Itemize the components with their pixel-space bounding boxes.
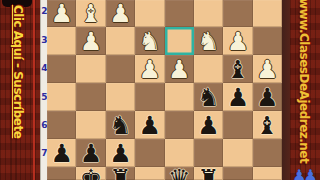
black-king-g8[interactable]: ♚ xyxy=(80,167,102,180)
square-g2[interactable]: ♝ xyxy=(76,0,105,27)
square-f5[interactable] xyxy=(106,83,135,111)
white-pawn-h2[interactable]: ♟ xyxy=(50,0,72,27)
square-h5[interactable] xyxy=(47,83,76,111)
black-knight-f6[interactable]: ♞ xyxy=(109,112,131,139)
left-banner[interactable]: Clic Aquí - Suscríbete xyxy=(0,0,40,180)
black-queen-d8[interactable]: ♛ xyxy=(168,167,190,180)
square-h8[interactable] xyxy=(47,167,76,180)
square-h4[interactable] xyxy=(47,55,76,83)
square-a3[interactable] xyxy=(253,27,282,55)
white-pawn-g3[interactable]: ♟ xyxy=(80,28,102,55)
black-pawn-c6[interactable]: ♟ xyxy=(197,112,219,139)
square-d5[interactable] xyxy=(165,83,194,111)
square-b8[interactable] xyxy=(223,167,252,180)
square-f8[interactable]: ♜ xyxy=(106,167,135,180)
square-c3[interactable]: ♞ xyxy=(194,27,223,55)
square-d2[interactable] xyxy=(165,0,194,27)
square-c6[interactable]: ♟ xyxy=(194,111,223,139)
square-d4[interactable]: ♟ xyxy=(165,55,194,83)
white-knight-c3[interactable]: ♞ xyxy=(197,28,219,55)
decorative-red-line xyxy=(33,0,35,180)
square-e3[interactable]: ♞ xyxy=(135,27,164,55)
square-d6[interactable] xyxy=(165,111,194,139)
square-a6[interactable]: ♝ xyxy=(253,111,282,139)
square-a7[interactable] xyxy=(253,139,282,167)
square-g3[interactable]: ♟ xyxy=(76,27,105,55)
white-pawn-b3[interactable]: ♟ xyxy=(227,28,249,55)
square-g6[interactable] xyxy=(76,111,105,139)
square-c2[interactable] xyxy=(194,0,223,27)
square-h7[interactable]: ♟ xyxy=(47,139,76,167)
square-e5[interactable] xyxy=(135,83,164,111)
black-pawn-a5[interactable]: ♟ xyxy=(256,84,278,111)
square-a2[interactable] xyxy=(253,0,282,27)
square-c5[interactable]: ♞ xyxy=(194,83,223,111)
square-d3[interactable] xyxy=(165,27,194,55)
chess-board: ♟♝♟♟♞♞♟♟♟♝♟♞♟♟♞♟♟♝♟♟♟♚♜♛♜ xyxy=(47,0,282,180)
square-h3[interactable] xyxy=(47,27,76,55)
square-e7[interactable] xyxy=(135,139,164,167)
white-knight-e3[interactable]: ♞ xyxy=(139,28,161,55)
square-g7[interactable]: ♟ xyxy=(76,139,105,167)
square-c4[interactable] xyxy=(194,55,223,83)
video-frame: Clic Aquí - Suscríbete 234567 ♟♝♟♟♞♞♟♟♟♝… xyxy=(0,0,320,180)
blue-pawn-icons: ♟♟ xyxy=(292,166,315,180)
square-a4[interactable]: ♟ xyxy=(253,55,282,83)
square-h6[interactable] xyxy=(47,111,76,139)
square-b6[interactable] xyxy=(223,111,252,139)
square-b2[interactable] xyxy=(223,0,252,27)
square-h2[interactable]: ♟ xyxy=(47,0,76,27)
square-f3[interactable] xyxy=(106,27,135,55)
square-c8[interactable]: ♜ xyxy=(194,167,223,180)
square-a8[interactable] xyxy=(253,167,282,180)
square-b5[interactable]: ♟ xyxy=(223,83,252,111)
black-pawn-h7[interactable]: ♟ xyxy=(50,140,72,167)
square-e2[interactable] xyxy=(135,0,164,27)
white-pawn-a4[interactable]: ♟ xyxy=(256,56,278,83)
right-banner[interactable]: www.ClasesDeAjedrez.net ♟♟ xyxy=(290,0,320,180)
square-e4[interactable]: ♟ xyxy=(135,55,164,83)
square-g5[interactable] xyxy=(76,83,105,111)
black-knight-c5[interactable]: ♞ xyxy=(197,84,219,111)
left-banner-text: Clic Aquí - Suscríbete xyxy=(11,5,25,138)
black-bishop-a6[interactable]: ♝ xyxy=(256,112,278,139)
square-b7[interactable] xyxy=(223,139,252,167)
square-f6[interactable]: ♞ xyxy=(106,111,135,139)
white-pawn-e4[interactable]: ♟ xyxy=(139,56,161,83)
black-pawn-f7[interactable]: ♟ xyxy=(109,140,131,167)
square-g4[interactable] xyxy=(76,55,105,83)
black-pawn-e6[interactable]: ♟ xyxy=(139,112,161,139)
square-c7[interactable] xyxy=(194,139,223,167)
white-pawn-f2[interactable]: ♟ xyxy=(109,0,131,27)
square-f2[interactable]: ♟ xyxy=(106,0,135,27)
white-bishop-g2[interactable]: ♝ xyxy=(80,0,102,27)
square-b3[interactable]: ♟ xyxy=(223,27,252,55)
black-bishop-b4[interactable]: ♝ xyxy=(227,56,249,83)
black-pawn-b5[interactable]: ♟ xyxy=(227,84,249,111)
white-pawn-d4[interactable]: ♟ xyxy=(168,56,190,83)
square-a5[interactable]: ♟ xyxy=(253,83,282,111)
black-pawn-g7[interactable]: ♟ xyxy=(80,140,102,167)
square-e6[interactable]: ♟ xyxy=(135,111,164,139)
square-f7[interactable]: ♟ xyxy=(106,139,135,167)
square-b4[interactable]: ♝ xyxy=(223,55,252,83)
square-e8[interactable] xyxy=(135,167,164,180)
black-rook-f8[interactable]: ♜ xyxy=(109,167,131,180)
black-rook-c8[interactable]: ♜ xyxy=(197,167,219,180)
rank-coordinates: 234567 xyxy=(40,0,47,180)
right-banner-text: www.ClasesDeAjedrez.net xyxy=(297,0,311,163)
board-edge-shadow xyxy=(282,0,290,180)
square-g8[interactable]: ♚ xyxy=(76,167,105,180)
square-d8[interactable]: ♛ xyxy=(165,167,194,180)
square-f4[interactable] xyxy=(106,55,135,83)
square-d7[interactable] xyxy=(165,139,194,167)
